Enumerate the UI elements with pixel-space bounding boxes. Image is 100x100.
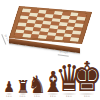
chess-piece-pawn: ♟ [3,82,14,94]
chess-piece-king: ♚ [72,62,100,94]
pawn-size-label: 1.4 in [6,95,12,97]
chess-board-squares [14,8,87,41]
rook-size-label: 1.6 in [20,95,26,97]
chess-board [9,6,92,44]
dimension-annotation-left: 15 inch [2,33,9,44]
knight-size-label: 1.9 in [34,95,40,97]
king-size-label: 3.0 in [84,95,90,97]
chess-set-product-photo: 15 inch 15 inch ♟1.4 in♜1.6 in♞1.9 in♝2.… [0,0,100,100]
dimension-annotation-bottom: 15 inch [58,51,69,56]
board-square [70,37,79,41]
